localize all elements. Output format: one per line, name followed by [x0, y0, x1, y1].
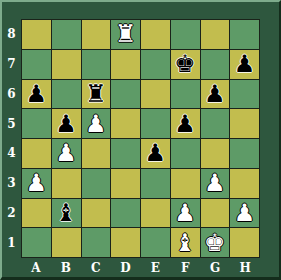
white-pawn-f2[interactable]: ♟: [174, 201, 196, 225]
square-c1[interactable]: [82, 228, 111, 257]
white-pawn-b4[interactable]: ♟: [55, 141, 77, 165]
square-a5[interactable]: [22, 109, 51, 138]
file-labels: ABCDEFGH: [21, 258, 260, 277]
white-bishop-f1[interactable]: ♝: [174, 231, 196, 255]
file-label-h: H: [230, 258, 260, 277]
square-h8[interactable]: [230, 20, 259, 49]
square-e7[interactable]: [141, 50, 170, 79]
square-e8[interactable]: [141, 20, 170, 49]
square-a3[interactable]: ♟: [22, 169, 51, 198]
square-b5[interactable]: ♟: [52, 109, 81, 138]
square-h6[interactable]: [230, 80, 259, 109]
rank-label-3: 3: [2, 168, 21, 198]
square-d4[interactable]: [111, 139, 140, 168]
square-d8[interactable]: ♜: [111, 20, 140, 49]
black-pawn-h7[interactable]: ♟: [234, 52, 256, 76]
square-g6[interactable]: ♟: [201, 80, 230, 109]
black-pawn-e4[interactable]: ♟: [145, 141, 167, 165]
square-c4[interactable]: [82, 139, 111, 168]
square-a8[interactable]: [22, 20, 51, 49]
square-b6[interactable]: [52, 80, 81, 109]
square-g1[interactable]: ♚: [201, 228, 230, 257]
rank-label-5: 5: [2, 109, 21, 139]
file-label-b: B: [51, 258, 81, 277]
file-label-g: G: [200, 258, 230, 277]
black-bishop-b2[interactable]: ♝: [55, 201, 77, 225]
white-pawn-c5[interactable]: ♟: [85, 112, 107, 136]
square-g8[interactable]: [201, 20, 230, 49]
square-g3[interactable]: ♟: [201, 169, 230, 198]
black-pawn-b5[interactable]: ♟: [55, 112, 77, 136]
square-e6[interactable]: [141, 80, 170, 109]
square-g5[interactable]: [201, 109, 230, 138]
square-f4[interactable]: [171, 139, 200, 168]
board-frame: 87654321 ♜♚♟♟♜♟♟♟♟♟♟♟♟♝♟♟♝♚ ABCDEFGH: [0, 0, 281, 280]
square-a4[interactable]: [22, 139, 51, 168]
white-rook-d8[interactable]: ♜: [115, 22, 137, 46]
black-pawn-f5[interactable]: ♟: [174, 112, 196, 136]
square-g2[interactable]: [201, 199, 230, 228]
square-e3[interactable]: [141, 169, 170, 198]
square-c3[interactable]: [82, 169, 111, 198]
chess-board[interactable]: ♜♚♟♟♜♟♟♟♟♟♟♟♟♝♟♟♝♚: [21, 19, 260, 258]
square-h4[interactable]: [230, 139, 259, 168]
rank-label-4: 4: [2, 139, 21, 169]
square-a1[interactable]: [22, 228, 51, 257]
square-h3[interactable]: [230, 169, 259, 198]
square-g4[interactable]: [201, 139, 230, 168]
white-king-g1[interactable]: ♚: [204, 231, 226, 255]
square-e1[interactable]: [141, 228, 170, 257]
square-h5[interactable]: [230, 109, 259, 138]
square-d1[interactable]: [111, 228, 140, 257]
rank-label-2: 2: [2, 198, 21, 228]
square-f7[interactable]: ♚: [171, 50, 200, 79]
square-h2[interactable]: ♟: [230, 199, 259, 228]
rank-label-7: 7: [2, 49, 21, 79]
square-c8[interactable]: [82, 20, 111, 49]
square-b2[interactable]: ♝: [52, 199, 81, 228]
file-label-f: F: [170, 258, 200, 277]
square-a2[interactable]: [22, 199, 51, 228]
square-d3[interactable]: [111, 169, 140, 198]
black-pawn-a6[interactable]: ♟: [26, 82, 48, 106]
rank-label-8: 8: [2, 19, 21, 49]
file-label-d: D: [111, 258, 141, 277]
file-label-c: C: [81, 258, 111, 277]
square-h1[interactable]: [230, 228, 259, 257]
square-a7[interactable]: [22, 50, 51, 79]
square-f1[interactable]: ♝: [171, 228, 200, 257]
white-pawn-h2[interactable]: ♟: [234, 201, 256, 225]
square-b3[interactable]: [52, 169, 81, 198]
rank-labels: 87654321: [2, 19, 21, 258]
square-f3[interactable]: [171, 169, 200, 198]
square-a6[interactable]: ♟: [22, 80, 51, 109]
file-label-a: A: [21, 258, 51, 277]
square-d5[interactable]: [111, 109, 140, 138]
square-g7[interactable]: [201, 50, 230, 79]
square-d2[interactable]: [111, 199, 140, 228]
square-f6[interactable]: [171, 80, 200, 109]
square-d6[interactable]: [111, 80, 140, 109]
square-b7[interactable]: [52, 50, 81, 79]
black-pawn-g6[interactable]: ♟: [204, 82, 226, 106]
square-e2[interactable]: [141, 199, 170, 228]
file-label-e: E: [141, 258, 171, 277]
square-b4[interactable]: ♟: [52, 139, 81, 168]
square-e5[interactable]: [141, 109, 170, 138]
square-d7[interactable]: [111, 50, 140, 79]
square-f8[interactable]: [171, 20, 200, 49]
square-b8[interactable]: [52, 20, 81, 49]
square-f2[interactable]: ♟: [171, 199, 200, 228]
white-pawn-a3[interactable]: ♟: [26, 171, 48, 195]
rank-label-1: 1: [2, 228, 21, 258]
square-c5[interactable]: ♟: [82, 109, 111, 138]
square-f5[interactable]: ♟: [171, 109, 200, 138]
black-rook-c6[interactable]: ♜: [85, 82, 107, 106]
square-b1[interactable]: [52, 228, 81, 257]
square-e4[interactable]: ♟: [141, 139, 170, 168]
square-c6[interactable]: ♜: [82, 80, 111, 109]
square-c2[interactable]: [82, 199, 111, 228]
square-c7[interactable]: [82, 50, 111, 79]
rank-label-6: 6: [2, 79, 21, 109]
black-king-f7[interactable]: ♚: [174, 52, 196, 76]
white-pawn-g3[interactable]: ♟: [204, 171, 226, 195]
square-h7[interactable]: ♟: [230, 50, 259, 79]
